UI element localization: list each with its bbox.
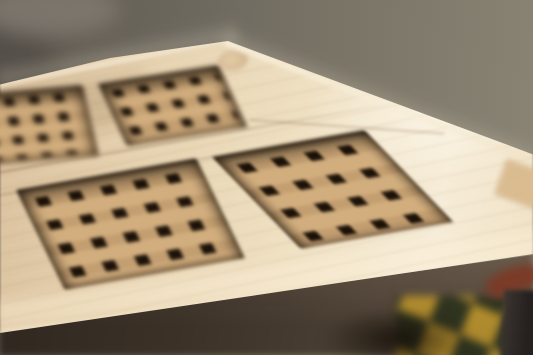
photo-stage [0, 0, 533, 355]
vignette-overlay [0, 0, 533, 355]
